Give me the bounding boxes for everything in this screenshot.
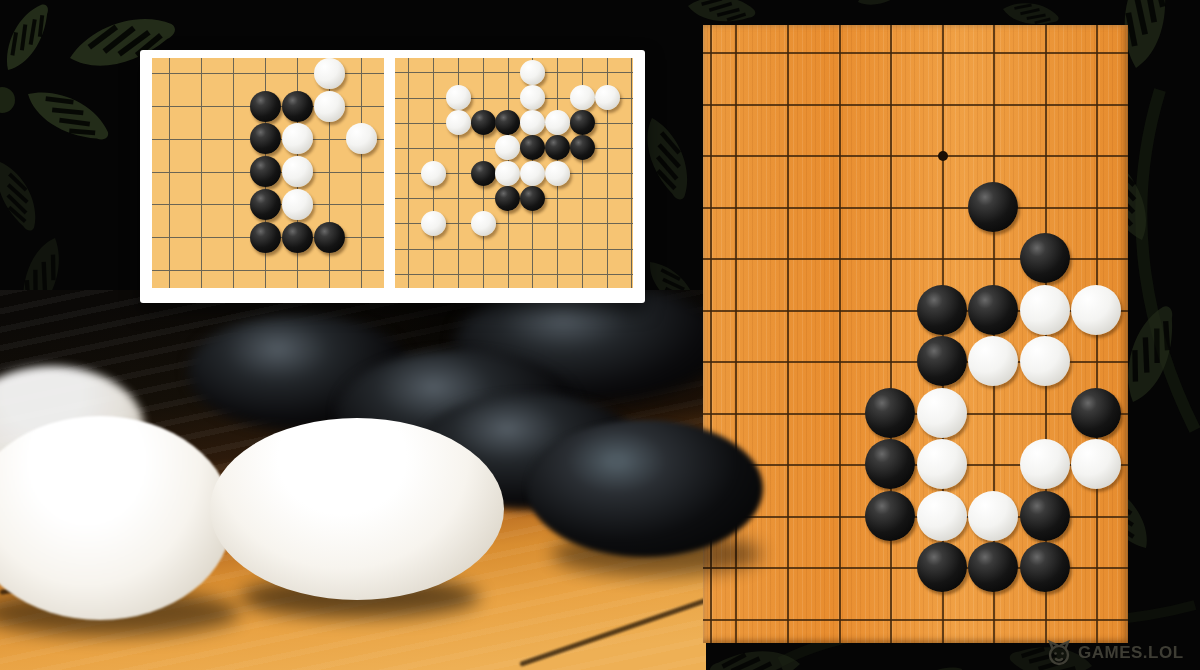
go-diagram-right: [395, 58, 633, 288]
black-stone: [1020, 233, 1070, 283]
black-stone: [520, 186, 545, 211]
grid-line: [361, 58, 362, 288]
black-stone: [1020, 491, 1070, 541]
black-stone: [250, 123, 281, 154]
black-stone: [545, 135, 570, 160]
grid-line: [839, 25, 841, 643]
black-stone: [250, 156, 281, 187]
white-stone: [968, 336, 1018, 386]
black-stone: [250, 189, 281, 220]
white-stone: [917, 439, 967, 489]
black-stone: [250, 91, 281, 122]
white-stone: [1020, 285, 1070, 335]
grid-line: [703, 619, 1128, 621]
white-stone: [495, 161, 520, 186]
photo-black-stone: [527, 420, 763, 557]
black-stone: [968, 542, 1018, 592]
white-stone: [471, 211, 496, 236]
black-stone: [917, 285, 967, 335]
white-stone: [421, 161, 446, 186]
photo-white-stone: [0, 416, 232, 620]
white-stone: [520, 110, 545, 135]
white-stone: [917, 388, 967, 438]
black-stone: [865, 491, 915, 541]
white-stone: [495, 135, 520, 160]
photo-board-line: [519, 581, 706, 667]
grid-line: [703, 52, 1128, 54]
white-stone: [314, 91, 345, 122]
grid-line: [890, 25, 892, 643]
black-stone: [968, 285, 1018, 335]
black-stone: [570, 135, 595, 160]
photo-white-stone: [210, 418, 504, 600]
black-stone: [1071, 388, 1121, 438]
white-stone: [1071, 285, 1121, 335]
grid-line: [395, 274, 633, 275]
diagram-frame: [140, 50, 645, 303]
grid-line: [787, 25, 789, 643]
black-stone: [968, 182, 1018, 232]
black-stone: [865, 439, 915, 489]
grid-line: [152, 270, 384, 271]
black-stone: [250, 222, 281, 253]
black-stone: [570, 110, 595, 135]
black-stone: [917, 542, 967, 592]
black-stone: [495, 186, 520, 211]
grid-line: [395, 72, 633, 73]
grid-line: [152, 73, 384, 74]
white-stone: [346, 123, 377, 154]
grid-line: [703, 155, 1128, 157]
black-stone: [1020, 542, 1070, 592]
black-stone: [314, 222, 345, 253]
white-stone: [314, 58, 345, 89]
grid-line: [395, 249, 633, 250]
white-stone: [446, 110, 471, 135]
grid-line: [169, 58, 170, 288]
games-lol-mascot-icon: [1044, 638, 1074, 668]
white-stone: [1020, 336, 1070, 386]
promo-screenshot: GAMES.LOL: [0, 0, 1200, 670]
grid-line: [703, 207, 1128, 209]
white-stone: [917, 491, 967, 541]
white-stone: [1071, 439, 1121, 489]
black-stone: [495, 110, 520, 135]
star-point: [938, 151, 948, 161]
white-stone: [282, 189, 313, 220]
grid-line: [201, 58, 202, 288]
white-stone: [570, 85, 595, 110]
black-stone: [520, 135, 545, 160]
white-stone: [282, 156, 313, 187]
black-stone: [471, 110, 496, 135]
white-stone: [446, 85, 471, 110]
watermark: GAMES.LOL: [1044, 638, 1184, 668]
main-go-board[interactable]: [703, 25, 1128, 643]
white-stone: [421, 211, 446, 236]
white-stone: [595, 85, 620, 110]
black-stone: [917, 336, 967, 386]
grid-line: [703, 104, 1128, 106]
black-stone: [471, 161, 496, 186]
white-stone: [520, 161, 545, 186]
black-stone: [282, 91, 313, 122]
white-stone: [520, 85, 545, 110]
white-stone: [968, 491, 1018, 541]
grid-line: [703, 413, 1128, 415]
watermark-text: GAMES.LOL: [1078, 643, 1184, 663]
grid-line: [233, 58, 234, 288]
black-stone: [865, 388, 915, 438]
white-stone: [520, 60, 545, 85]
go-diagram-left: [152, 58, 384, 288]
white-stone: [545, 161, 570, 186]
white-stone: [545, 110, 570, 135]
white-stone: [282, 123, 313, 154]
black-stone: [282, 222, 313, 253]
white-stone: [1020, 439, 1070, 489]
